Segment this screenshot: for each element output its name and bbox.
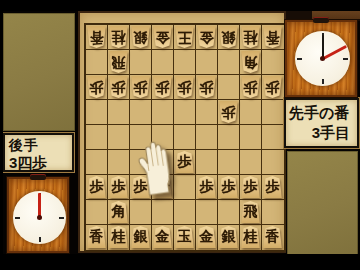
shogi-piece-桂-gote[interactable]: 桂 <box>241 26 260 48</box>
board-cell[interactable]: 歩 <box>262 175 284 200</box>
piece-shadow: 歩 <box>86 175 107 199</box>
board-cell[interactable]: 角 <box>240 50 262 75</box>
board-cell[interactable] <box>86 200 108 225</box>
last-move-label: 3四歩 <box>9 154 72 172</box>
board-cell[interactable] <box>174 125 196 150</box>
shogi-piece-歩-gote[interactable]: 歩 <box>153 76 172 98</box>
piece-shadow: 歩 <box>108 75 129 99</box>
board-cell[interactable]: 歩 <box>240 75 262 100</box>
shogi-piece-歩-sente[interactable]: 歩 <box>241 176 260 198</box>
piece-shadow: 香 <box>262 25 284 49</box>
board-cell[interactable]: 金 <box>196 25 218 50</box>
board-cell[interactable]: 桂 <box>240 225 262 250</box>
board-cell[interactable] <box>86 100 108 125</box>
board-cell[interactable]: 香 <box>262 225 284 250</box>
red-hand <box>38 193 41 218</box>
shogi-piece-歩-gote[interactable]: 歩 <box>109 76 128 98</box>
piece-shadow: 王 <box>174 25 195 49</box>
board-cell[interactable] <box>196 50 218 75</box>
shogi-piece-銀-sente[interactable]: 銀 <box>131 226 150 248</box>
piece-shadow: 歩 <box>130 75 151 99</box>
board-cell[interactable]: 王 <box>174 25 196 50</box>
clock-knob-icon <box>313 17 329 23</box>
board-cell[interactable]: 飛 <box>240 200 262 225</box>
sente-captured-tray[interactable] <box>287 151 358 256</box>
board-cell[interactable] <box>240 125 262 150</box>
shogi-piece-銀-sente[interactable]: 銀 <box>219 226 238 248</box>
shogi-piece-桂-sente[interactable]: 桂 <box>241 226 260 248</box>
piece-shadow: 桂 <box>240 25 261 49</box>
shogi-piece-歩-gote[interactable]: 歩 <box>131 76 150 98</box>
board-cell[interactable] <box>86 50 108 75</box>
board-cell[interactable]: 銀 <box>130 225 152 250</box>
board-cell[interactable] <box>130 200 152 225</box>
shogi-piece-飛-sente[interactable]: 飛 <box>241 201 260 223</box>
shogi-piece-歩-sente[interactable]: 歩 <box>109 176 128 198</box>
board-cell[interactable] <box>218 125 240 150</box>
shogi-piece-桂-gote[interactable]: 桂 <box>109 26 128 48</box>
board-cell[interactable] <box>130 50 152 75</box>
board-cell[interactable] <box>174 100 196 125</box>
board-cell[interactable]: 香 <box>262 25 284 50</box>
tick-3 <box>59 217 64 219</box>
shogi-piece-歩-gote[interactable]: 歩 <box>241 76 260 98</box>
piece-shadow: 飛 <box>240 200 261 224</box>
shogi-board[interactable]: 香桂銀金王金銀桂香飛角歩歩歩歩歩歩歩歩歩歩歩歩歩歩歩歩歩歩角飛香桂銀金玉金銀桂香 <box>78 11 286 253</box>
clock-center-dot <box>320 56 325 61</box>
sente-clock-face <box>295 31 350 86</box>
board-cell[interactable] <box>262 125 284 150</box>
board-cell[interactable] <box>174 50 196 75</box>
piece-shadow: 香 <box>262 225 284 250</box>
piece-shadow: 歩 <box>152 75 173 99</box>
bottom-letterbox <box>0 254 360 270</box>
piece-shadow: 金 <box>152 225 173 250</box>
board-cell[interactable] <box>262 50 284 75</box>
board-cell[interactable] <box>262 150 284 175</box>
last-move-side-label: 後手 <box>9 137 72 154</box>
piece-shadow: 歩 <box>218 175 239 199</box>
board-cell[interactable]: 歩 <box>86 175 108 200</box>
piece-shadow: 飛 <box>108 50 129 74</box>
shogi-piece-角-gote[interactable]: 角 <box>241 51 260 73</box>
move-number-label: 3手目 <box>289 123 357 143</box>
shogi-piece-銀-gote[interactable]: 銀 <box>219 26 238 48</box>
piece-shadow: 歩 <box>240 75 261 99</box>
black-hand <box>322 35 324 59</box>
gote-clock-face <box>13 191 66 244</box>
shogi-piece-飛-gote[interactable]: 飛 <box>109 51 128 73</box>
shogi-piece-歩-gote[interactable]: 歩 <box>219 101 238 123</box>
board-cell[interactable]: 玉 <box>174 225 196 250</box>
board-cell[interactable]: 銀 <box>218 225 240 250</box>
board-cell[interactable]: 金 <box>196 225 218 250</box>
shogi-piece-桂-sente[interactable]: 桂 <box>109 226 128 248</box>
shogi-piece-王-gote[interactable]: 王 <box>175 26 194 48</box>
clock-center-dot <box>37 215 42 220</box>
hand-cursor[interactable] <box>131 137 178 198</box>
piece-shadow: 歩 <box>174 150 195 174</box>
piece-shadow: 歩 <box>108 175 129 199</box>
board-cell[interactable]: 銀 <box>130 25 152 50</box>
board-cell[interactable]: 歩 <box>108 175 130 200</box>
board-cell[interactable] <box>152 50 174 75</box>
board-cell[interactable] <box>108 100 130 125</box>
piece-shadow: 歩 <box>262 175 284 199</box>
board-cell[interactable]: 桂 <box>240 25 262 50</box>
board-cell[interactable] <box>196 150 218 175</box>
board-cell[interactable]: 桂 <box>108 25 130 50</box>
board-cell[interactable]: 歩 <box>86 75 108 100</box>
shogi-piece-香-gote[interactable]: 香 <box>87 26 106 48</box>
piece-shadow: 桂 <box>108 25 129 49</box>
tick-6 <box>322 79 324 84</box>
piece-shadow: 歩 <box>174 75 195 99</box>
piece-shadow: 銀 <box>130 225 151 250</box>
board-cell[interactable] <box>218 150 240 175</box>
tick-9 <box>15 217 20 219</box>
piece-shadow: 歩 <box>262 75 284 99</box>
piece-shadow: 玉 <box>174 225 195 250</box>
board-cell[interactable]: 歩 <box>174 150 196 175</box>
board-cell[interactable] <box>86 125 108 150</box>
turn-panel: 先手の番 3手目 <box>284 98 359 148</box>
shogi-piece-金-gote[interactable]: 金 <box>197 26 216 48</box>
shogi-piece-銀-gote[interactable]: 銀 <box>131 26 150 48</box>
board-cell[interactable]: 飛 <box>108 50 130 75</box>
shogi-piece-金-sente[interactable]: 金 <box>197 226 216 248</box>
board-cell[interactable]: 歩 <box>108 75 130 100</box>
board-cell[interactable] <box>240 150 262 175</box>
top-letterbox <box>0 0 360 11</box>
gote-captured-tray[interactable] <box>3 13 75 131</box>
shogi-piece-角-sente[interactable]: 角 <box>109 201 128 223</box>
sente-clock <box>285 20 357 97</box>
piece-shadow: 桂 <box>240 225 261 250</box>
board-grid[interactable]: 香桂銀金王金銀桂香飛角歩歩歩歩歩歩歩歩歩歩歩歩歩歩歩歩歩歩角飛香桂銀金玉金銀桂香 <box>84 23 286 252</box>
piece-shadow: 角 <box>240 50 261 74</box>
board-cell[interactable] <box>152 100 174 125</box>
shogi-piece-歩-sente[interactable]: 歩 <box>175 151 194 173</box>
board-cell[interactable]: 香 <box>86 25 108 50</box>
board-cell[interactable] <box>152 200 174 225</box>
board-cell[interactable] <box>262 100 284 125</box>
shogi-piece-歩-sente[interactable]: 歩 <box>197 176 216 198</box>
piece-shadow: 歩 <box>196 175 217 199</box>
tick-9 <box>297 58 302 60</box>
board-cell[interactable]: 歩 <box>130 75 152 100</box>
piece-shadow: 銀 <box>218 225 239 250</box>
shogi-piece-歩-sente[interactable]: 歩 <box>87 176 106 198</box>
board-cell[interactable]: 歩 <box>218 100 240 125</box>
shogi-piece-歩-sente[interactable]: 歩 <box>219 176 238 198</box>
board-cell[interactable]: 角 <box>108 200 130 225</box>
shogi-piece-歩-gote[interactable]: 歩 <box>263 76 282 98</box>
board-cell[interactable]: 歩 <box>196 75 218 100</box>
shogi-piece-金-sente[interactable]: 金 <box>153 226 172 248</box>
glove-hand-icon <box>137 141 172 196</box>
shogi-piece-歩-gote[interactable]: 歩 <box>87 76 106 98</box>
last-move-panel: 後手 3四歩 <box>3 133 74 172</box>
board-cell[interactable] <box>218 75 240 100</box>
shogi-piece-歩-sente[interactable]: 歩 <box>263 176 282 198</box>
clock-knob-icon <box>30 174 46 180</box>
board-cell[interactable]: 香 <box>86 225 108 250</box>
tick-6 <box>39 237 41 242</box>
board-cell[interactable] <box>196 100 218 125</box>
shogi-piece-玉-sente[interactable]: 玉 <box>175 226 194 248</box>
board-cell[interactable]: 銀 <box>218 25 240 50</box>
piece-shadow: 歩 <box>196 75 217 99</box>
board-cell[interactable] <box>262 200 284 225</box>
piece-shadow: 香 <box>86 225 107 250</box>
piece-shadow: 金 <box>196 25 217 49</box>
piece-shadow: 歩 <box>240 175 261 199</box>
piece-shadow: 歩 <box>86 75 107 99</box>
board-cell[interactable] <box>240 100 262 125</box>
piece-shadow: 桂 <box>108 225 129 250</box>
left-edge <box>0 0 3 270</box>
board-cell[interactable] <box>108 150 130 175</box>
shogi-piece-香-sente[interactable]: 香 <box>263 226 282 248</box>
board-cell[interactable]: 桂 <box>108 225 130 250</box>
piece-shadow: 銀 <box>218 25 239 49</box>
board-cell[interactable]: 歩 <box>240 175 262 200</box>
shogi-piece-香-sente[interactable]: 香 <box>87 226 106 248</box>
board-cell[interactable] <box>196 125 218 150</box>
board-cell[interactable]: 金 <box>152 25 174 50</box>
board-cell[interactable]: 歩 <box>196 175 218 200</box>
board-cell[interactable] <box>86 150 108 175</box>
piece-shadow: 香 <box>86 25 107 49</box>
board-cell[interactable] <box>130 100 152 125</box>
board-cell[interactable]: 歩 <box>218 175 240 200</box>
board-cell[interactable]: 歩 <box>262 75 284 100</box>
piece-shadow: 金 <box>152 25 173 49</box>
piece-shadow: 角 <box>108 200 129 224</box>
gote-clock <box>7 177 69 253</box>
board-cell[interactable] <box>108 125 130 150</box>
board-cell[interactable]: 金 <box>152 225 174 250</box>
shogi-piece-歩-gote[interactable]: 歩 <box>197 76 216 98</box>
board-cell[interactable]: 歩 <box>174 75 196 100</box>
board-cell[interactable] <box>218 50 240 75</box>
board-cell[interactable] <box>196 200 218 225</box>
shogi-game-screen: 香桂銀金王金銀桂香飛角歩歩歩歩歩歩歩歩歩歩歩歩歩歩歩歩歩歩角飛香桂銀金玉金銀桂香… <box>0 0 360 270</box>
piece-shadow: 歩 <box>218 100 239 124</box>
board-cell[interactable] <box>218 200 240 225</box>
board-cell[interactable] <box>174 200 196 225</box>
shogi-piece-金-gote[interactable]: 金 <box>153 26 172 48</box>
shogi-piece-歩-gote[interactable]: 歩 <box>175 76 194 98</box>
shogi-piece-香-gote[interactable]: 香 <box>263 26 282 48</box>
piece-shadow: 銀 <box>130 25 151 49</box>
turn-side-label: 先手の番 <box>289 103 357 123</box>
board-cell[interactable]: 歩 <box>152 75 174 100</box>
tick-3 <box>343 58 348 60</box>
piece-shadow: 金 <box>196 225 217 250</box>
